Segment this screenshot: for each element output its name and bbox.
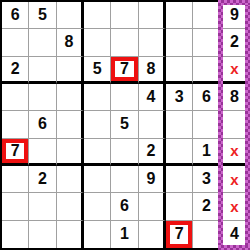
sudoku-cell-r2c1[interactable] — [2, 29, 29, 56]
sudoku-cell-r9c2[interactable] — [29, 221, 56, 248]
digit: 9 — [146, 171, 155, 187]
digit: 1 — [120, 226, 129, 242]
sudoku-cell-r4c1[interactable] — [2, 84, 29, 111]
sudoku-cell-r5c8[interactable] — [193, 111, 220, 138]
digit: 6 — [120, 198, 129, 214]
digit: 1 — [202, 143, 211, 159]
digit: 8 — [230, 89, 239, 105]
sudoku-grid: 659822578x436865721x293x62x174 — [0, 0, 250, 250]
sudoku-cell-r3c4[interactable]: 5 — [84, 57, 111, 84]
sudoku-cell-r6c4[interactable] — [84, 139, 111, 166]
sudoku-cell-r1c7[interactable] — [166, 2, 193, 29]
sudoku-cell-r5c6[interactable] — [139, 111, 166, 138]
digit: 9 — [230, 7, 239, 23]
sudoku-cell-r9c7[interactable]: 7 — [166, 221, 193, 248]
sudoku-cell-r1c4[interactable] — [84, 2, 111, 29]
sudoku-cell-r6c1[interactable]: 7 — [2, 139, 29, 166]
sudoku-cell-r4c3[interactable] — [57, 84, 84, 111]
sudoku-cell-r2c2[interactable] — [29, 29, 56, 56]
digit: 2 — [146, 143, 155, 159]
sudoku-cell-r3c8[interactable] — [193, 57, 220, 84]
sudoku-cell-r3c2[interactable] — [29, 57, 56, 84]
sudoku-cell-r1c2[interactable]: 5 — [29, 2, 56, 29]
sudoku-cell-r7c2[interactable]: 2 — [29, 166, 56, 193]
digit: 7 — [175, 226, 184, 242]
x-mark: x — [230, 199, 238, 214]
sudoku-cell-r3c9[interactable]: x — [221, 57, 248, 84]
sudoku-cell-r7c7[interactable] — [166, 166, 193, 193]
sudoku-cell-r2c5[interactable] — [111, 29, 138, 56]
sudoku-cell-r5c2[interactable]: 6 — [29, 111, 56, 138]
sudoku-cell-r9c5[interactable]: 1 — [111, 221, 138, 248]
sudoku-cell-r3c5[interactable]: 7 — [111, 57, 138, 84]
sudoku-cell-r6c8[interactable]: 1 — [193, 139, 220, 166]
digit: 2 — [230, 34, 239, 50]
sudoku-cell-r4c8[interactable]: 6 — [193, 84, 220, 111]
sudoku-cell-r9c3[interactable] — [57, 221, 84, 248]
sudoku-cell-r8c3[interactable] — [57, 193, 84, 220]
digit: 3 — [175, 89, 184, 105]
sudoku-cell-r3c6[interactable]: 8 — [139, 57, 166, 84]
digit: 2 — [202, 198, 211, 214]
sudoku-cell-r1c8[interactable] — [193, 2, 220, 29]
sudoku-cell-r6c9[interactable]: x — [221, 139, 248, 166]
sudoku-cell-r9c8[interactable] — [193, 221, 220, 248]
sudoku-cell-r7c9[interactable]: x — [221, 166, 248, 193]
sudoku-cell-r9c1[interactable] — [2, 221, 29, 248]
sudoku-cell-r6c5[interactable] — [111, 139, 138, 166]
sudoku-cell-r9c6[interactable] — [139, 221, 166, 248]
sudoku-cell-r9c4[interactable] — [84, 221, 111, 248]
sudoku-cell-r6c3[interactable] — [57, 139, 84, 166]
sudoku-cell-r7c1[interactable] — [2, 166, 29, 193]
sudoku-cell-r4c9[interactable]: 8 — [221, 84, 248, 111]
sudoku-cell-r5c3[interactable] — [57, 111, 84, 138]
sudoku-cell-r2c7[interactable] — [166, 29, 193, 56]
sudoku-cell-r6c2[interactable] — [29, 139, 56, 166]
sudoku-cell-r4c4[interactable] — [84, 84, 111, 111]
sudoku-cell-r1c1[interactable]: 6 — [2, 2, 29, 29]
sudoku-cell-r7c8[interactable]: 3 — [193, 166, 220, 193]
sudoku-cell-r7c6[interactable]: 9 — [139, 166, 166, 193]
x-mark: x — [230, 61, 238, 76]
sudoku-cell-r8c5[interactable]: 6 — [111, 193, 138, 220]
digit: 6 — [202, 89, 211, 105]
digit: 6 — [38, 116, 47, 132]
sudoku-cell-r7c4[interactable] — [84, 166, 111, 193]
sudoku-cell-r8c4[interactable] — [84, 193, 111, 220]
digit: 7 — [120, 61, 129, 77]
sudoku-cell-r2c4[interactable] — [84, 29, 111, 56]
digit: 4 — [230, 226, 239, 242]
sudoku-cell-r6c6[interactable]: 2 — [139, 139, 166, 166]
sudoku-cell-r3c1[interactable]: 2 — [2, 57, 29, 84]
sudoku-cell-r1c3[interactable] — [57, 2, 84, 29]
digit: 5 — [120, 116, 129, 132]
sudoku-cell-r3c7[interactable] — [166, 57, 193, 84]
digit: 6 — [11, 7, 20, 23]
digit: 3 — [202, 171, 211, 187]
sudoku-cell-r7c3[interactable] — [57, 166, 84, 193]
sudoku-cell-r9c9[interactable]: 4 — [221, 221, 248, 248]
digit: 7 — [11, 143, 20, 159]
digit: 4 — [146, 89, 155, 105]
x-mark: x — [230, 143, 238, 158]
sudoku-cell-r8c2[interactable] — [29, 193, 56, 220]
digit: 5 — [93, 61, 102, 77]
digit: 5 — [38, 7, 47, 23]
sudoku-cell-r8c8[interactable]: 2 — [193, 193, 220, 220]
sudoku-cell-r1c5[interactable] — [111, 2, 138, 29]
digit: 2 — [11, 61, 20, 77]
sudoku-cell-r3c3[interactable] — [57, 57, 84, 84]
x-mark: x — [230, 172, 238, 187]
sudoku-puzzle: 659822578x436865721x293x62x174 — [0, 0, 250, 250]
sudoku-cell-r2c8[interactable] — [193, 29, 220, 56]
sudoku-cell-r2c6[interactable] — [139, 29, 166, 56]
sudoku-cell-r5c9[interactable] — [221, 111, 248, 138]
sudoku-cell-r4c2[interactable] — [29, 84, 56, 111]
sudoku-cell-r7c5[interactable] — [111, 166, 138, 193]
digit: 8 — [146, 61, 155, 77]
sudoku-cell-r8c9[interactable]: x — [221, 193, 248, 220]
sudoku-cell-r5c5[interactable]: 5 — [111, 111, 138, 138]
sudoku-cell-r4c7[interactable]: 3 — [166, 84, 193, 111]
sudoku-cell-r4c6[interactable]: 4 — [139, 84, 166, 111]
sudoku-cell-r8c1[interactable] — [2, 193, 29, 220]
digit: 8 — [64, 34, 73, 50]
sudoku-cell-r1c9[interactable]: 9 — [221, 2, 248, 29]
sudoku-cell-r5c4[interactable] — [84, 111, 111, 138]
sudoku-cell-r5c1[interactable] — [2, 111, 29, 138]
sudoku-cell-r5c7[interactable] — [166, 111, 193, 138]
sudoku-cell-r2c3[interactable]: 8 — [57, 29, 84, 56]
sudoku-cell-r8c6[interactable] — [139, 193, 166, 220]
sudoku-cell-r4c5[interactable] — [111, 84, 138, 111]
digit: 2 — [38, 171, 47, 187]
sudoku-cell-r1c6[interactable] — [139, 2, 166, 29]
sudoku-cell-r6c7[interactable] — [166, 139, 193, 166]
sudoku-cell-r8c7[interactable] — [166, 193, 193, 220]
sudoku-cell-r2c9[interactable]: 2 — [221, 29, 248, 56]
